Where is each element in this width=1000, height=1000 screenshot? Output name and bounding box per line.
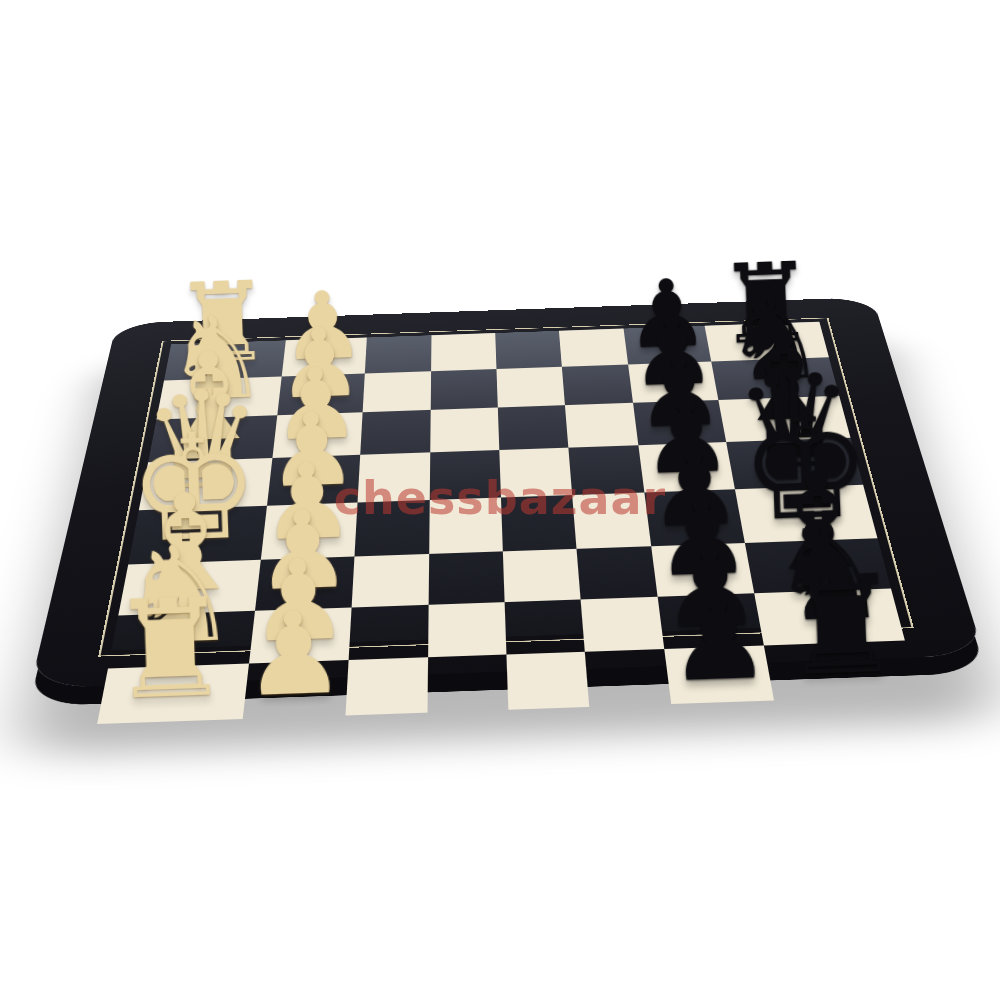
square-c3: [360, 410, 430, 455]
square-h7: ♟: [664, 646, 774, 704]
square-h8: ♜: [764, 641, 919, 700]
square-g4: [428, 602, 507, 657]
square-b5: [496, 367, 565, 408]
square-h5: [506, 652, 589, 710]
square-h1: ♜: [97, 664, 248, 724]
square-f4: [428, 551, 504, 605]
piece-bR-h8: ♜: [779, 566, 904, 685]
square-b3: [363, 371, 431, 412]
square-a6: [559, 329, 628, 367]
square-c6: [565, 403, 638, 447]
piece-wP-h2: ♟: [240, 603, 346, 704]
square-f5: [503, 549, 581, 602]
square-h6: [585, 649, 671, 706]
square-h2: ♟: [242, 660, 349, 719]
square-b6: [562, 364, 633, 405]
square-a3: [365, 335, 431, 373]
square-b4: [430, 369, 498, 410]
square-f6: [577, 546, 658, 599]
square-h4: [427, 655, 508, 713]
square-a4: [431, 333, 497, 371]
piece-bP-h7: ♟: [666, 588, 772, 689]
square-g3: [349, 605, 428, 660]
square-h3: [346, 657, 428, 715]
square-a5: [495, 331, 562, 369]
product-photo: ♜♟♟♜♞♟♟♞♝♟♟♝♛♟♟♛♚♟♟♚♝♟♟♝♞♟♟♞♜♟♟♜ chessba…: [0, 0, 1000, 1000]
square-c4: [430, 408, 499, 453]
square-g6: [581, 597, 664, 652]
piece-wR-h1: ♜: [107, 590, 232, 709]
square-c5: [498, 405, 569, 450]
square-g5: [505, 600, 586, 655]
chessbazaar-watermark: chessbazaar: [334, 471, 666, 525]
square-f3: [352, 554, 429, 608]
